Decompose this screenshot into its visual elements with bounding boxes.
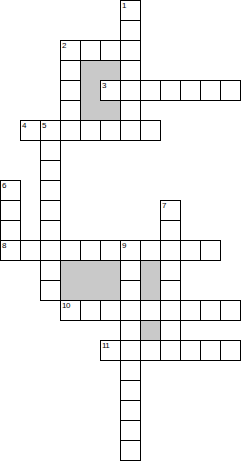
clue-number-4: 4	[22, 122, 26, 130]
letter-cell[interactable]	[120, 340, 141, 361]
letter-cell[interactable]	[200, 340, 221, 361]
letter-cell[interactable]	[160, 340, 181, 361]
letter-cell[interactable]	[120, 40, 141, 61]
letter-cell[interactable]	[80, 240, 101, 261]
letter-cell[interactable]	[80, 120, 101, 141]
letter-cell[interactable]	[100, 240, 121, 261]
shaded-cell	[60, 280, 81, 301]
clue-number-9: 9	[122, 242, 126, 250]
letter-cell[interactable]	[120, 280, 141, 301]
letter-cell[interactable]	[180, 240, 201, 261]
letter-cell[interactable]	[0, 220, 21, 241]
letter-cell[interactable]	[40, 220, 61, 241]
shaded-cell	[100, 260, 121, 281]
clue-number-5: 5	[42, 122, 46, 130]
letter-cell[interactable]	[140, 240, 161, 261]
clue-number-6: 6	[2, 182, 6, 190]
letter-cell[interactable]	[160, 220, 181, 241]
letter-cell[interactable]	[140, 340, 161, 361]
letter-cell[interactable]	[180, 80, 201, 101]
clue-number-8: 8	[2, 242, 6, 250]
letter-cell[interactable]	[40, 160, 61, 181]
shaded-cell	[140, 260, 161, 281]
shaded-cell	[100, 280, 121, 301]
letter-cell[interactable]	[60, 80, 81, 101]
letter-cell[interactable]	[120, 420, 141, 441]
clue-number-3: 3	[102, 82, 106, 90]
letter-cell[interactable]	[120, 60, 141, 81]
letter-cell[interactable]	[140, 80, 161, 101]
letter-cell[interactable]	[120, 400, 141, 421]
letter-cell[interactable]	[120, 100, 141, 121]
letter-cell[interactable]	[100, 40, 121, 61]
letter-cell[interactable]	[120, 20, 141, 41]
letter-cell[interactable]	[120, 260, 141, 281]
shaded-cell	[80, 80, 101, 101]
letter-cell[interactable]	[60, 60, 81, 81]
letter-cell[interactable]	[100, 120, 121, 141]
letter-cell[interactable]	[200, 300, 221, 321]
letter-cell[interactable]	[40, 240, 61, 261]
shaded-cell	[80, 60, 101, 81]
letter-cell[interactable]	[120, 380, 141, 401]
clue-number-10: 10	[62, 302, 70, 310]
shaded-cell	[60, 260, 81, 281]
letter-cell[interactable]	[60, 100, 81, 121]
letter-cell[interactable]	[220, 300, 241, 321]
letter-cell[interactable]	[140, 120, 161, 141]
letter-cell[interactable]	[160, 260, 181, 281]
letter-cell[interactable]	[40, 180, 61, 201]
letter-cell[interactable]	[200, 80, 221, 101]
letter-cell[interactable]	[120, 120, 141, 141]
shaded-cell	[140, 320, 161, 341]
letter-cell[interactable]	[120, 80, 141, 101]
letter-cell[interactable]	[160, 280, 181, 301]
shaded-cell	[100, 60, 121, 81]
letter-cell[interactable]	[180, 340, 201, 361]
letter-cell[interactable]	[220, 80, 241, 101]
letter-cell[interactable]	[160, 80, 181, 101]
letter-cell[interactable]	[40, 140, 61, 161]
letter-cell[interactable]	[160, 300, 181, 321]
letter-cell[interactable]	[120, 360, 141, 381]
clue-number-2: 2	[62, 42, 66, 50]
letter-cell[interactable]	[40, 280, 61, 301]
letter-cell[interactable]	[180, 300, 201, 321]
letter-cell[interactable]	[120, 440, 141, 461]
letter-cell[interactable]	[20, 240, 41, 261]
letter-cell[interactable]	[40, 200, 61, 221]
letter-cell[interactable]	[60, 120, 81, 141]
letter-cell[interactable]	[100, 300, 121, 321]
letter-cell[interactable]	[140, 300, 161, 321]
letter-cell[interactable]	[80, 40, 101, 61]
clue-number-7: 7	[162, 202, 166, 210]
crossword-board: 1234567891011	[0, 0, 241, 461]
shaded-cell	[80, 260, 101, 281]
letter-cell[interactable]	[120, 300, 141, 321]
letter-cell[interactable]	[0, 200, 21, 221]
clue-number-11: 11	[102, 342, 109, 350]
letter-cell[interactable]	[40, 260, 61, 281]
shaded-cell	[140, 280, 161, 301]
letter-cell[interactable]	[200, 240, 221, 261]
clue-number-1: 1	[122, 2, 126, 10]
letter-cell[interactable]	[220, 340, 241, 361]
letter-cell[interactable]	[80, 300, 101, 321]
shaded-cell	[100, 100, 121, 121]
shaded-cell	[80, 100, 101, 121]
letter-cell[interactable]	[160, 320, 181, 341]
letter-cell[interactable]	[160, 240, 181, 261]
shaded-cell	[80, 280, 101, 301]
letter-cell[interactable]	[60, 240, 81, 261]
letter-cell[interactable]	[120, 320, 141, 341]
